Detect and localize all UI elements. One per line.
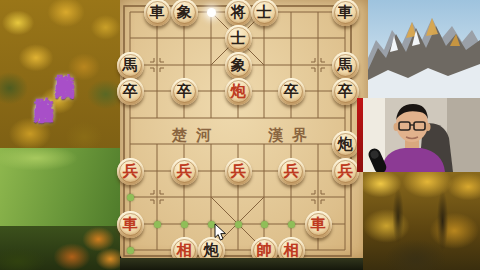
dark-trees	[0, 226, 120, 270]
green-meadow	[0, 148, 120, 232]
xiangqi-board[interactable]: 楚河 漢界 車象将士車士馬象馬卒卒炮卒卒炮兵兵兵兵兵車車相炮帥相	[120, 0, 368, 260]
mouse-cursor	[214, 224, 227, 242]
piece-red[interactable]: 車	[305, 211, 332, 238]
piece-black[interactable]: 卒	[171, 78, 198, 105]
piece-black[interactable]: 卒	[117, 78, 144, 105]
piece-red[interactable]: 兵	[332, 158, 359, 185]
piece-red[interactable]: 炮	[225, 78, 252, 105]
autumn-trees-photo	[363, 172, 480, 270]
piece-black[interactable]: 馬	[332, 52, 359, 79]
piece-black[interactable]: 士	[225, 25, 252, 52]
piece-black[interactable]: 卒	[278, 78, 305, 105]
piece-red[interactable]: 兵	[117, 158, 144, 185]
move-dot[interactable]	[181, 221, 188, 228]
mountains-photo	[368, 0, 480, 98]
piece-black[interactable]: 車	[144, 0, 171, 26]
river-label-han: 漢界	[268, 126, 316, 145]
piece-black[interactable]: 卒	[332, 78, 359, 105]
autumn-forest	[0, 0, 120, 152]
piece-black[interactable]: 象	[171, 0, 198, 26]
calligraphy-line-1: 胜兵先胜而后求战	[55, 58, 77, 66]
move-dot[interactable]	[127, 194, 134, 201]
piece-black[interactable]: 象	[225, 52, 252, 79]
piece-red[interactable]: 車	[117, 211, 144, 238]
piece-red[interactable]: 兵	[225, 158, 252, 185]
left-scenery-photo	[0, 0, 120, 270]
move-dot[interactable]	[127, 247, 134, 254]
webcam-scene	[363, 98, 480, 172]
move-dot[interactable]	[154, 221, 161, 228]
move-dot[interactable]	[288, 221, 295, 228]
river-label-chu: 楚河	[172, 126, 220, 145]
piece-red[interactable]: 兵	[171, 158, 198, 185]
piece-black[interactable]: 士	[251, 0, 278, 26]
piece-black[interactable]: 車	[332, 0, 359, 26]
webcam-video	[363, 98, 480, 172]
piece-red[interactable]: 兵	[278, 158, 305, 185]
piece-black[interactable]: 将	[225, 0, 252, 26]
piece-black[interactable]: 炮	[332, 131, 359, 158]
calligraphy-line-2: 败兵先战而后求胜	[34, 82, 56, 90]
move-dot[interactable]	[235, 221, 242, 228]
move-dot[interactable]	[261, 221, 268, 228]
stream-frame: 胜兵先胜而后求战 败兵先战而后求胜 楚河 漢界 車象将士車士馬象馬卒卒炮卒卒炮兵…	[0, 0, 480, 270]
piece-black[interactable]: 馬	[117, 52, 144, 79]
background-strip	[120, 258, 368, 270]
last-move-origin-marker	[207, 8, 216, 17]
